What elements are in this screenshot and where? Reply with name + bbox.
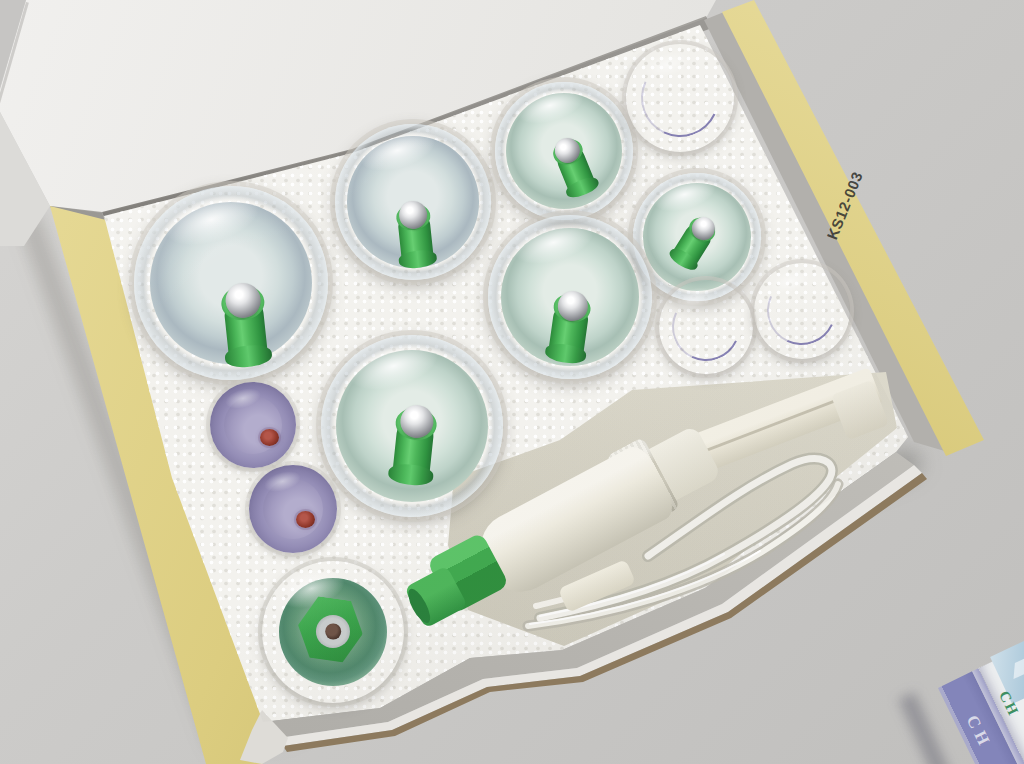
cup-I (249, 465, 337, 553)
suction-valve (387, 401, 440, 488)
cup-G (321, 335, 503, 517)
cup-A (134, 186, 328, 380)
cup-K (754, 263, 850, 359)
cup-L (262, 561, 404, 703)
cup-J (659, 280, 753, 374)
valve-dot (260, 429, 279, 446)
suction-valve (217, 279, 273, 371)
cup-H (210, 382, 296, 468)
cup-D (626, 44, 734, 152)
valve-hole (325, 623, 341, 639)
cups-layer (0, 0, 1024, 764)
product-photo: KS12-003 CH CH (0, 0, 1024, 764)
cup-F (488, 215, 652, 379)
valve-dot (296, 511, 315, 528)
cup-C (495, 82, 633, 220)
cup-B (335, 124, 491, 280)
suction-valve (393, 198, 438, 272)
